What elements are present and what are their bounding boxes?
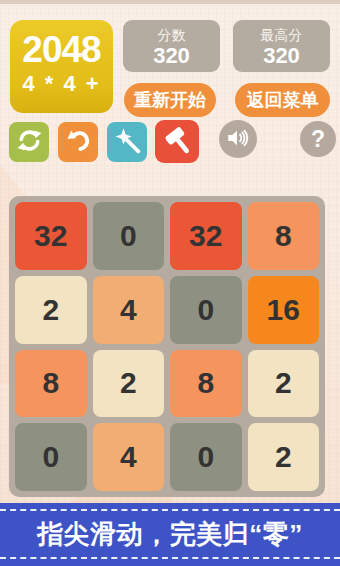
- board[interactable]: 3203282401682820402: [9, 196, 325, 497]
- best-score-label: 最高分: [233, 27, 330, 43]
- tile-r0c0: 32: [15, 202, 87, 270]
- logo-title: 2048: [10, 30, 113, 70]
- score-box: 分数 320: [123, 20, 220, 72]
- magic-wand-button[interactable]: [107, 122, 147, 162]
- score-label: 分数: [123, 27, 220, 43]
- tile-r3c3: 2: [248, 423, 320, 491]
- top-strip: [0, 0, 340, 4]
- tile-r1c2: 0: [170, 276, 242, 344]
- tile-r3c2: 0: [170, 423, 242, 491]
- best-score-value: 320: [233, 43, 330, 69]
- tile-r2c3: 2: [248, 350, 320, 418]
- best-score-box: 最高分 320: [233, 20, 330, 72]
- logo-subtitle: 4 * 4 +: [10, 70, 113, 98]
- tile-r1c1: 4: [93, 276, 165, 344]
- tile-r0c2: 32: [170, 202, 242, 270]
- logo: 2048 4 * 4 +: [10, 20, 113, 113]
- tile-r2c2: 8: [170, 350, 242, 418]
- undo-button[interactable]: [58, 122, 98, 162]
- undo-icon: [65, 127, 92, 157]
- footer: 指尖滑动，完美归“零”: [0, 503, 340, 566]
- speaker-icon: [225, 125, 251, 154]
- hammer-button[interactable]: [155, 120, 199, 163]
- tile-r3c1: 4: [93, 423, 165, 491]
- tile-r0c1: 0: [93, 202, 165, 270]
- back-to-menu-button[interactable]: 返回菜单: [235, 83, 330, 117]
- tile-r2c1: 2: [93, 350, 165, 418]
- app: 2048 4 * 4 + 分数 320 最高分 320 重新开始 返回菜单: [0, 0, 340, 566]
- hammer-icon: [163, 126, 192, 158]
- footer-slogan: 指尖滑动，完美归“零”: [37, 517, 303, 552]
- restart-button[interactable]: 重新开始: [124, 83, 216, 117]
- tile-r1c0: 2: [15, 276, 87, 344]
- tile-r0c3: 8: [248, 202, 320, 270]
- help-button[interactable]: ?: [300, 121, 336, 157]
- score-value: 320: [123, 43, 220, 69]
- refresh-icon: [16, 127, 43, 157]
- wand-icon: [114, 127, 141, 157]
- tile-r2c0: 8: [15, 350, 87, 418]
- tile-r3c0: 0: [15, 423, 87, 491]
- sound-button[interactable]: [219, 120, 257, 158]
- refresh-button[interactable]: [9, 122, 49, 162]
- tile-r1c3: 16: [248, 276, 320, 344]
